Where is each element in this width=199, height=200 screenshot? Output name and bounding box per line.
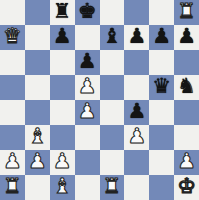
square-f8[interactable] (124, 0, 149, 25)
square-b8[interactable] (25, 0, 50, 25)
square-f1[interactable] (124, 175, 149, 200)
square-c7[interactable]: ♟ (50, 25, 75, 50)
square-g3[interactable] (149, 125, 174, 150)
white-pawn-piece: ♟ (127, 125, 146, 149)
square-d2[interactable] (75, 150, 100, 175)
white-pawn-piece: ♟ (78, 75, 97, 99)
square-h6[interactable] (174, 50, 199, 75)
square-a1[interactable]: ♜ (0, 175, 25, 200)
white-king-piece: ♚ (177, 175, 196, 199)
black-pawn-piece: ♟ (177, 25, 196, 49)
square-c5[interactable] (50, 75, 75, 100)
square-d5[interactable]: ♟ (75, 75, 100, 100)
square-e8[interactable] (100, 0, 125, 25)
white-pawn-piece: ♟ (3, 150, 22, 174)
white-bishop-piece: ♝ (28, 125, 47, 149)
square-g6[interactable] (149, 50, 174, 75)
white-pawn-piece: ♟ (28, 150, 47, 174)
square-a4[interactable] (0, 100, 25, 125)
white-rook-piece: ♜ (3, 175, 22, 199)
square-b7[interactable] (25, 25, 50, 50)
square-b4[interactable] (25, 100, 50, 125)
square-c1[interactable]: ♝ (50, 175, 75, 200)
square-e7[interactable]: ♝ (100, 25, 125, 50)
square-h7[interactable]: ♟ (174, 25, 199, 50)
square-b2[interactable]: ♟ (25, 150, 50, 175)
square-b3[interactable]: ♝ (25, 125, 50, 150)
square-d6[interactable]: ♟ (75, 50, 100, 75)
square-c8[interactable]: ♜ (50, 0, 75, 25)
square-e6[interactable] (100, 50, 125, 75)
white-rook-piece: ♜ (177, 0, 196, 24)
black-pawn-piece: ♟ (127, 25, 146, 49)
square-a2[interactable]: ♟ (0, 150, 25, 175)
white-queen-piece: ♛ (3, 25, 22, 49)
black-knight-piece: ♞ (177, 75, 196, 99)
square-h5[interactable]: ♞ (174, 75, 199, 100)
black-rook-piece: ♜ (53, 0, 72, 24)
square-g4[interactable] (149, 100, 174, 125)
square-c6[interactable] (50, 50, 75, 75)
black-king-piece: ♚ (78, 0, 97, 24)
square-e2[interactable] (100, 150, 125, 175)
square-e4[interactable] (100, 100, 125, 125)
square-e5[interactable] (100, 75, 125, 100)
square-d3[interactable] (75, 125, 100, 150)
square-h3[interactable] (174, 125, 199, 150)
black-pawn-piece: ♟ (53, 25, 72, 49)
square-g8[interactable] (149, 0, 174, 25)
square-b5[interactable] (25, 75, 50, 100)
black-pawn-piece: ♟ (127, 100, 146, 124)
white-bishop-piece: ♝ (53, 175, 72, 199)
square-c2[interactable]: ♟ (50, 150, 75, 175)
square-d1[interactable] (75, 175, 100, 200)
square-a5[interactable] (0, 75, 25, 100)
square-d4[interactable]: ♟ (75, 100, 100, 125)
square-f4[interactable]: ♟ (124, 100, 149, 125)
black-pawn-piece: ♟ (152, 25, 171, 49)
square-f5[interactable] (124, 75, 149, 100)
square-e1[interactable]: ♜ (100, 175, 125, 200)
white-pawn-piece: ♟ (78, 100, 97, 124)
square-h8[interactable]: ♜ (174, 0, 199, 25)
square-f2[interactable] (124, 150, 149, 175)
square-g1[interactable] (149, 175, 174, 200)
square-a8[interactable] (0, 0, 25, 25)
square-b6[interactable] (25, 50, 50, 75)
white-rook-piece: ♜ (103, 175, 122, 199)
black-queen-piece: ♛ (152, 75, 171, 99)
square-a7[interactable]: ♛ (0, 25, 25, 50)
square-f6[interactable] (124, 50, 149, 75)
square-b1[interactable] (25, 175, 50, 200)
square-h4[interactable] (174, 100, 199, 125)
square-c4[interactable] (50, 100, 75, 125)
square-e3[interactable] (100, 125, 125, 150)
square-g2[interactable] (149, 150, 174, 175)
black-pawn-piece: ♟ (78, 50, 97, 74)
square-h2[interactable]: ♟ (174, 150, 199, 175)
chess-board-container: ♜♚♜♛♟♝♟♟♟♟♟♛♞♟♟♝♟♟♟♟♟♜♝♜♚ (0, 0, 199, 200)
square-h1[interactable]: ♚ (174, 175, 199, 200)
chess-board: ♜♚♜♛♟♝♟♟♟♟♟♛♞♟♟♝♟♟♟♟♟♜♝♜♚ (0, 0, 199, 200)
square-d7[interactable] (75, 25, 100, 50)
square-f7[interactable]: ♟ (124, 25, 149, 50)
square-g7[interactable]: ♟ (149, 25, 174, 50)
square-a3[interactable] (0, 125, 25, 150)
square-g5[interactable]: ♛ (149, 75, 174, 100)
black-bishop-piece: ♝ (103, 25, 122, 49)
square-a6[interactable] (0, 50, 25, 75)
square-d8[interactable]: ♚ (75, 0, 100, 25)
white-pawn-piece: ♟ (177, 150, 196, 174)
square-c3[interactable] (50, 125, 75, 150)
white-pawn-piece: ♟ (53, 150, 72, 174)
square-f3[interactable]: ♟ (124, 125, 149, 150)
